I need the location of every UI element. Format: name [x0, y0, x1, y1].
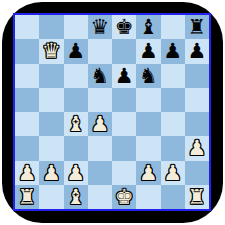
- white-pawn-g2[interactable]: ♟: [163, 161, 182, 185]
- square-d6[interactable]: ♞: [88, 64, 112, 88]
- square-d5[interactable]: [88, 88, 112, 112]
- square-g8[interactable]: [161, 15, 185, 39]
- square-d7[interactable]: [88, 39, 112, 63]
- square-b1[interactable]: [39, 185, 63, 209]
- square-d2[interactable]: [88, 161, 112, 185]
- black-knight-d6[interactable]: ♞: [90, 64, 109, 88]
- square-g2[interactable]: ♟: [161, 161, 185, 185]
- square-g4[interactable]: [161, 112, 185, 136]
- square-a6[interactable]: [15, 64, 39, 88]
- square-a8[interactable]: [15, 15, 39, 39]
- square-e7[interactable]: [112, 39, 136, 63]
- square-g7[interactable]: ♟: [161, 39, 185, 63]
- square-c1[interactable]: ♝: [64, 185, 88, 209]
- white-pawn-a2[interactable]: ♟: [18, 161, 37, 185]
- square-a2[interactable]: ♟: [15, 161, 39, 185]
- black-pawn-f7[interactable]: ♟: [139, 39, 158, 63]
- white-pawn-b2[interactable]: ♟: [42, 161, 61, 185]
- white-pawn-h3[interactable]: ♟: [187, 136, 206, 160]
- square-b2[interactable]: ♟: [39, 161, 63, 185]
- square-b4[interactable]: [39, 112, 63, 136]
- square-d3[interactable]: [88, 136, 112, 160]
- square-c7[interactable]: ♟: [64, 39, 88, 63]
- square-d1[interactable]: [88, 185, 112, 209]
- square-e1[interactable]: ♚: [112, 185, 136, 209]
- square-b5[interactable]: [39, 88, 63, 112]
- square-a5[interactable]: [15, 88, 39, 112]
- white-pawn-d4[interactable]: ♟: [90, 112, 109, 136]
- square-h3[interactable]: ♟: [185, 136, 209, 160]
- square-f5[interactable]: [136, 88, 160, 112]
- square-e8[interactable]: ♚: [112, 15, 136, 39]
- square-f6[interactable]: ♞: [136, 64, 160, 88]
- square-b7[interactable]: ♛: [39, 39, 63, 63]
- square-g5[interactable]: [161, 88, 185, 112]
- black-pawn-g7[interactable]: ♟: [163, 39, 182, 63]
- square-d8[interactable]: ♛: [88, 15, 112, 39]
- square-a3[interactable]: [15, 136, 39, 160]
- square-h6[interactable]: [185, 64, 209, 88]
- square-h7[interactable]: ♟: [185, 39, 209, 63]
- square-h1[interactable]: ♜: [185, 185, 209, 209]
- black-rook-h8[interactable]: ♜: [187, 15, 206, 39]
- square-c8[interactable]: [64, 15, 88, 39]
- square-g1[interactable]: [161, 185, 185, 209]
- square-f3[interactable]: [136, 136, 160, 160]
- black-pawn-h7[interactable]: ♟: [187, 39, 206, 63]
- black-pawn-c7[interactable]: ♟: [66, 39, 85, 63]
- white-king-e1[interactable]: ♚: [115, 185, 134, 209]
- square-e5[interactable]: [112, 88, 136, 112]
- square-g6[interactable]: [161, 64, 185, 88]
- square-c5[interactable]: [64, 88, 88, 112]
- square-f1[interactable]: [136, 185, 160, 209]
- black-queen-d8[interactable]: ♛: [90, 15, 109, 39]
- square-f7[interactable]: ♟: [136, 39, 160, 63]
- square-f2[interactable]: ♟: [136, 161, 160, 185]
- square-f4[interactable]: [136, 112, 160, 136]
- square-h5[interactable]: [185, 88, 209, 112]
- chess-screenshot: { "game": "chess", "position": { "fen": …: [0, 0, 225, 225]
- white-bishop-c4[interactable]: ♝: [66, 112, 85, 136]
- black-king-e8[interactable]: ♚: [115, 15, 134, 39]
- square-d4[interactable]: ♟: [88, 112, 112, 136]
- square-h2[interactable]: [185, 161, 209, 185]
- square-e3[interactable]: [112, 136, 136, 160]
- square-h4[interactable]: [185, 112, 209, 136]
- square-c4[interactable]: ♝: [64, 112, 88, 136]
- square-a1[interactable]: ♜: [15, 185, 39, 209]
- square-b3[interactable]: [39, 136, 63, 160]
- white-queen-b7[interactable]: ♛: [42, 39, 61, 63]
- chess-board: ♛♚♝♜♛♟♟♟♟♞♟♞♝♟♟♟♟♟♟♟♜♝♚♜: [13, 13, 211, 211]
- white-pawn-c2[interactable]: ♟: [66, 161, 85, 185]
- white-pawn-f2[interactable]: ♟: [139, 161, 158, 185]
- square-g3[interactable]: [161, 136, 185, 160]
- white-rook-h1[interactable]: ♜: [187, 185, 206, 209]
- square-e2[interactable]: [112, 161, 136, 185]
- square-e4[interactable]: [112, 112, 136, 136]
- square-b6[interactable]: [39, 64, 63, 88]
- black-knight-f6[interactable]: ♞: [139, 64, 158, 88]
- white-bishop-c1[interactable]: ♝: [66, 185, 85, 209]
- square-h8[interactable]: ♜: [185, 15, 209, 39]
- square-a4[interactable]: [15, 112, 39, 136]
- square-e6[interactable]: ♟: [112, 64, 136, 88]
- black-pawn-e6[interactable]: ♟: [115, 64, 134, 88]
- square-f8[interactable]: ♝: [136, 15, 160, 39]
- white-rook-a1[interactable]: ♜: [18, 185, 37, 209]
- square-c6[interactable]: [64, 64, 88, 88]
- square-c2[interactable]: ♟: [64, 161, 88, 185]
- black-bishop-f8[interactable]: ♝: [139, 15, 158, 39]
- square-a7[interactable]: [15, 39, 39, 63]
- square-b8[interactable]: [39, 15, 63, 39]
- square-c3[interactable]: [64, 136, 88, 160]
